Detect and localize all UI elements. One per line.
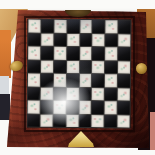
square-f6[interactable] <box>92 47 104 60</box>
square-d2[interactable] <box>66 101 78 114</box>
square-e3[interactable] <box>79 88 91 101</box>
square-b3[interactable] <box>41 87 53 100</box>
square-e7[interactable] <box>80 34 92 47</box>
square-f8[interactable] <box>93 20 105 33</box>
square-a8[interactable] <box>28 20 40 33</box>
orange-object-background <box>0 30 11 78</box>
square-d3[interactable] <box>66 87 78 100</box>
dark-object-background <box>0 94 10 120</box>
square-d1[interactable] <box>66 114 78 127</box>
square-e6[interactable] <box>80 47 92 60</box>
pink-sliver-background <box>150 112 155 150</box>
square-c3[interactable] <box>54 87 66 100</box>
square-d6[interactable] <box>67 47 79 60</box>
square-b6[interactable] <box>41 47 53 60</box>
square-a6[interactable] <box>28 47 40 60</box>
square-a3[interactable] <box>28 87 40 100</box>
chess-board <box>27 19 132 129</box>
square-f5[interactable] <box>92 61 104 74</box>
square-h8[interactable] <box>118 20 130 33</box>
square-d8[interactable] <box>67 20 79 33</box>
square-f3[interactable] <box>92 88 104 101</box>
square-h6[interactable] <box>118 47 130 60</box>
square-d4[interactable] <box>67 74 79 87</box>
square-c8[interactable] <box>54 20 66 33</box>
square-h5[interactable] <box>118 61 130 74</box>
square-f2[interactable] <box>92 101 104 114</box>
square-a5[interactable] <box>28 60 40 73</box>
square-c6[interactable] <box>54 47 66 60</box>
square-c4[interactable] <box>54 74 66 87</box>
square-g2[interactable] <box>105 101 117 114</box>
square-b2[interactable] <box>41 101 53 114</box>
square-g8[interactable] <box>106 20 118 33</box>
square-h3[interactable] <box>118 88 130 101</box>
square-b7[interactable] <box>41 33 53 46</box>
square-g5[interactable] <box>105 61 117 74</box>
square-b4[interactable] <box>41 74 53 87</box>
square-a1[interactable] <box>28 114 40 127</box>
square-b8[interactable] <box>41 20 53 33</box>
square-g6[interactable] <box>105 47 117 60</box>
square-d7[interactable] <box>67 33 79 46</box>
square-d5[interactable] <box>67 60 79 73</box>
pale-object-background <box>0 76 9 96</box>
square-g3[interactable] <box>105 88 117 101</box>
square-e8[interactable] <box>80 20 92 33</box>
square-a4[interactable] <box>28 74 40 87</box>
square-e5[interactable] <box>80 61 92 74</box>
square-e2[interactable] <box>79 101 91 114</box>
square-e1[interactable] <box>79 115 91 128</box>
square-h1[interactable] <box>118 115 130 128</box>
square-c2[interactable] <box>53 101 65 114</box>
square-e4[interactable] <box>79 74 91 87</box>
square-c7[interactable] <box>54 33 66 46</box>
square-c1[interactable] <box>53 114 65 127</box>
brass-medallion-right-icon <box>136 63 147 74</box>
square-f1[interactable] <box>92 115 104 128</box>
square-a7[interactable] <box>28 33 40 46</box>
square-g1[interactable] <box>105 115 117 128</box>
square-g4[interactable] <box>105 74 117 87</box>
square-h7[interactable] <box>118 34 130 47</box>
square-g7[interactable] <box>105 34 117 47</box>
square-c5[interactable] <box>54 60 66 73</box>
square-b1[interactable] <box>40 114 52 127</box>
square-a2[interactable] <box>28 101 40 114</box>
square-h2[interactable] <box>118 101 130 114</box>
square-f7[interactable] <box>93 34 105 47</box>
square-h4[interactable] <box>118 74 130 87</box>
square-b5[interactable] <box>41 60 53 73</box>
square-f4[interactable] <box>92 74 104 87</box>
chess-board-photo <box>0 0 155 155</box>
